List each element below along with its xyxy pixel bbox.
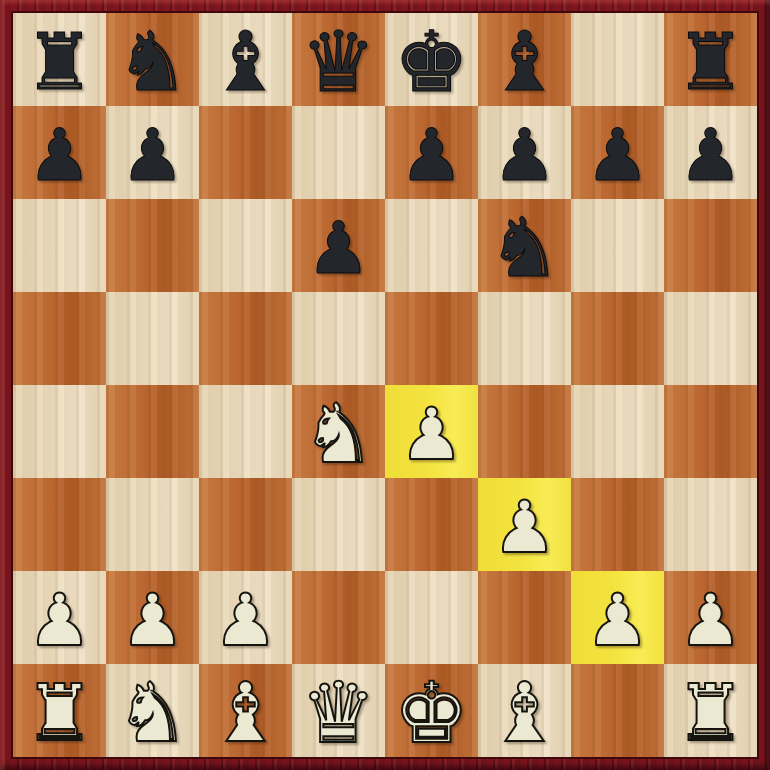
piece-white-queen-d1[interactable]: ♛ — [301, 671, 376, 755]
piece-black-bishop-c8[interactable]: ♝ — [209, 21, 283, 103]
square-b6[interactable] — [106, 199, 199, 292]
square-a2[interactable]: ♟ — [13, 571, 106, 664]
square-c1[interactable]: ♝ — [199, 664, 292, 757]
square-c2[interactable]: ♟ — [199, 571, 292, 664]
square-h7[interactable]: ♟ — [664, 106, 757, 199]
piece-white-rook-a1[interactable]: ♜ — [25, 674, 95, 752]
square-e4[interactable]: ♟ — [385, 385, 478, 478]
square-d1[interactable]: ♛ — [292, 664, 385, 757]
square-a8[interactable]: ♜ — [13, 13, 106, 106]
square-g3[interactable] — [571, 478, 664, 571]
square-b5[interactable] — [106, 292, 199, 385]
piece-white-pawn-e4[interactable]: ♟ — [399, 398, 464, 470]
piece-black-pawn-g7[interactable]: ♟ — [585, 119, 650, 191]
square-g8[interactable] — [571, 13, 664, 106]
piece-black-pawn-b7[interactable]: ♟ — [120, 119, 185, 191]
square-c3[interactable] — [199, 478, 292, 571]
piece-white-pawn-h2[interactable]: ♟ — [678, 584, 743, 656]
square-d3[interactable] — [292, 478, 385, 571]
piece-black-king-e8[interactable]: ♚ — [394, 20, 469, 104]
square-c4[interactable] — [199, 385, 292, 478]
piece-black-pawn-f7[interactable]: ♟ — [492, 119, 557, 191]
square-f5[interactable] — [478, 292, 571, 385]
square-f4[interactable] — [478, 385, 571, 478]
square-a5[interactable] — [13, 292, 106, 385]
square-e2[interactable] — [385, 571, 478, 664]
square-g4[interactable] — [571, 385, 664, 478]
square-a3[interactable] — [13, 478, 106, 571]
square-e5[interactable] — [385, 292, 478, 385]
square-e7[interactable]: ♟ — [385, 106, 478, 199]
square-b7[interactable]: ♟ — [106, 106, 199, 199]
square-h8[interactable]: ♜ — [664, 13, 757, 106]
square-b3[interactable] — [106, 478, 199, 571]
piece-black-pawn-h7[interactable]: ♟ — [678, 119, 743, 191]
piece-white-knight-d4[interactable]: ♞ — [302, 393, 376, 475]
piece-white-bishop-c1[interactable]: ♝ — [209, 672, 283, 754]
square-f6[interactable]: ♞ — [478, 199, 571, 292]
board-frame: ♜♞♝♛♚♝♜♟♟♟♟♟♟♟♞♞♟♟♟♟♟♟♟♜♞♝♛♚♝♜ — [0, 0, 770, 770]
square-h5[interactable] — [664, 292, 757, 385]
piece-white-knight-b1[interactable]: ♞ — [116, 672, 190, 754]
square-b4[interactable] — [106, 385, 199, 478]
square-d8[interactable]: ♛ — [292, 13, 385, 106]
square-a7[interactable]: ♟ — [13, 106, 106, 199]
square-e8[interactable]: ♚ — [385, 13, 478, 106]
square-f2[interactable] — [478, 571, 571, 664]
piece-white-pawn-g2[interactable]: ♟ — [585, 584, 650, 656]
square-c7[interactable] — [199, 106, 292, 199]
piece-white-pawn-c2[interactable]: ♟ — [213, 584, 278, 656]
square-a1[interactable]: ♜ — [13, 664, 106, 757]
piece-black-knight-b8[interactable]: ♞ — [116, 21, 190, 103]
square-a6[interactable] — [13, 199, 106, 292]
square-b2[interactable]: ♟ — [106, 571, 199, 664]
square-b1[interactable]: ♞ — [106, 664, 199, 757]
square-f1[interactable]: ♝ — [478, 664, 571, 757]
square-d6[interactable]: ♟ — [292, 199, 385, 292]
piece-black-queen-d8[interactable]: ♛ — [301, 20, 376, 104]
square-d2[interactable] — [292, 571, 385, 664]
piece-black-rook-h8[interactable]: ♜ — [676, 23, 746, 101]
piece-white-rook-h1[interactable]: ♜ — [676, 674, 746, 752]
piece-black-pawn-a7[interactable]: ♟ — [27, 119, 92, 191]
piece-black-pawn-d6[interactable]: ♟ — [306, 212, 371, 284]
square-g1[interactable] — [571, 664, 664, 757]
square-c5[interactable] — [199, 292, 292, 385]
piece-white-pawn-b2[interactable]: ♟ — [120, 584, 185, 656]
square-d7[interactable] — [292, 106, 385, 199]
piece-white-pawn-f3[interactable]: ♟ — [492, 491, 557, 563]
square-e1[interactable]: ♚ — [385, 664, 478, 757]
square-c6[interactable] — [199, 199, 292, 292]
square-d4[interactable]: ♞ — [292, 385, 385, 478]
square-d5[interactable] — [292, 292, 385, 385]
square-h1[interactable]: ♜ — [664, 664, 757, 757]
square-h3[interactable] — [664, 478, 757, 571]
square-g2[interactable]: ♟ — [571, 571, 664, 664]
piece-black-bishop-f8[interactable]: ♝ — [488, 21, 562, 103]
chess-board: ♜♞♝♛♚♝♜♟♟♟♟♟♟♟♞♞♟♟♟♟♟♟♟♜♞♝♛♚♝♜ — [11, 11, 759, 759]
square-f7[interactable]: ♟ — [478, 106, 571, 199]
square-g7[interactable]: ♟ — [571, 106, 664, 199]
piece-white-bishop-f1[interactable]: ♝ — [488, 672, 562, 754]
square-g5[interactable] — [571, 292, 664, 385]
piece-black-knight-f6[interactable]: ♞ — [488, 207, 562, 289]
square-c8[interactable]: ♝ — [199, 13, 292, 106]
square-e6[interactable] — [385, 199, 478, 292]
piece-black-pawn-e7[interactable]: ♟ — [399, 119, 464, 191]
square-f8[interactable]: ♝ — [478, 13, 571, 106]
piece-white-pawn-a2[interactable]: ♟ — [27, 584, 92, 656]
square-b8[interactable]: ♞ — [106, 13, 199, 106]
piece-white-king-e1[interactable]: ♚ — [394, 671, 469, 755]
square-g6[interactable] — [571, 199, 664, 292]
square-h6[interactable] — [664, 199, 757, 292]
piece-black-rook-a8[interactable]: ♜ — [25, 23, 95, 101]
square-e3[interactable] — [385, 478, 478, 571]
square-a4[interactable] — [13, 385, 106, 478]
square-h2[interactable]: ♟ — [664, 571, 757, 664]
square-f3[interactable]: ♟ — [478, 478, 571, 571]
square-h4[interactable] — [664, 385, 757, 478]
